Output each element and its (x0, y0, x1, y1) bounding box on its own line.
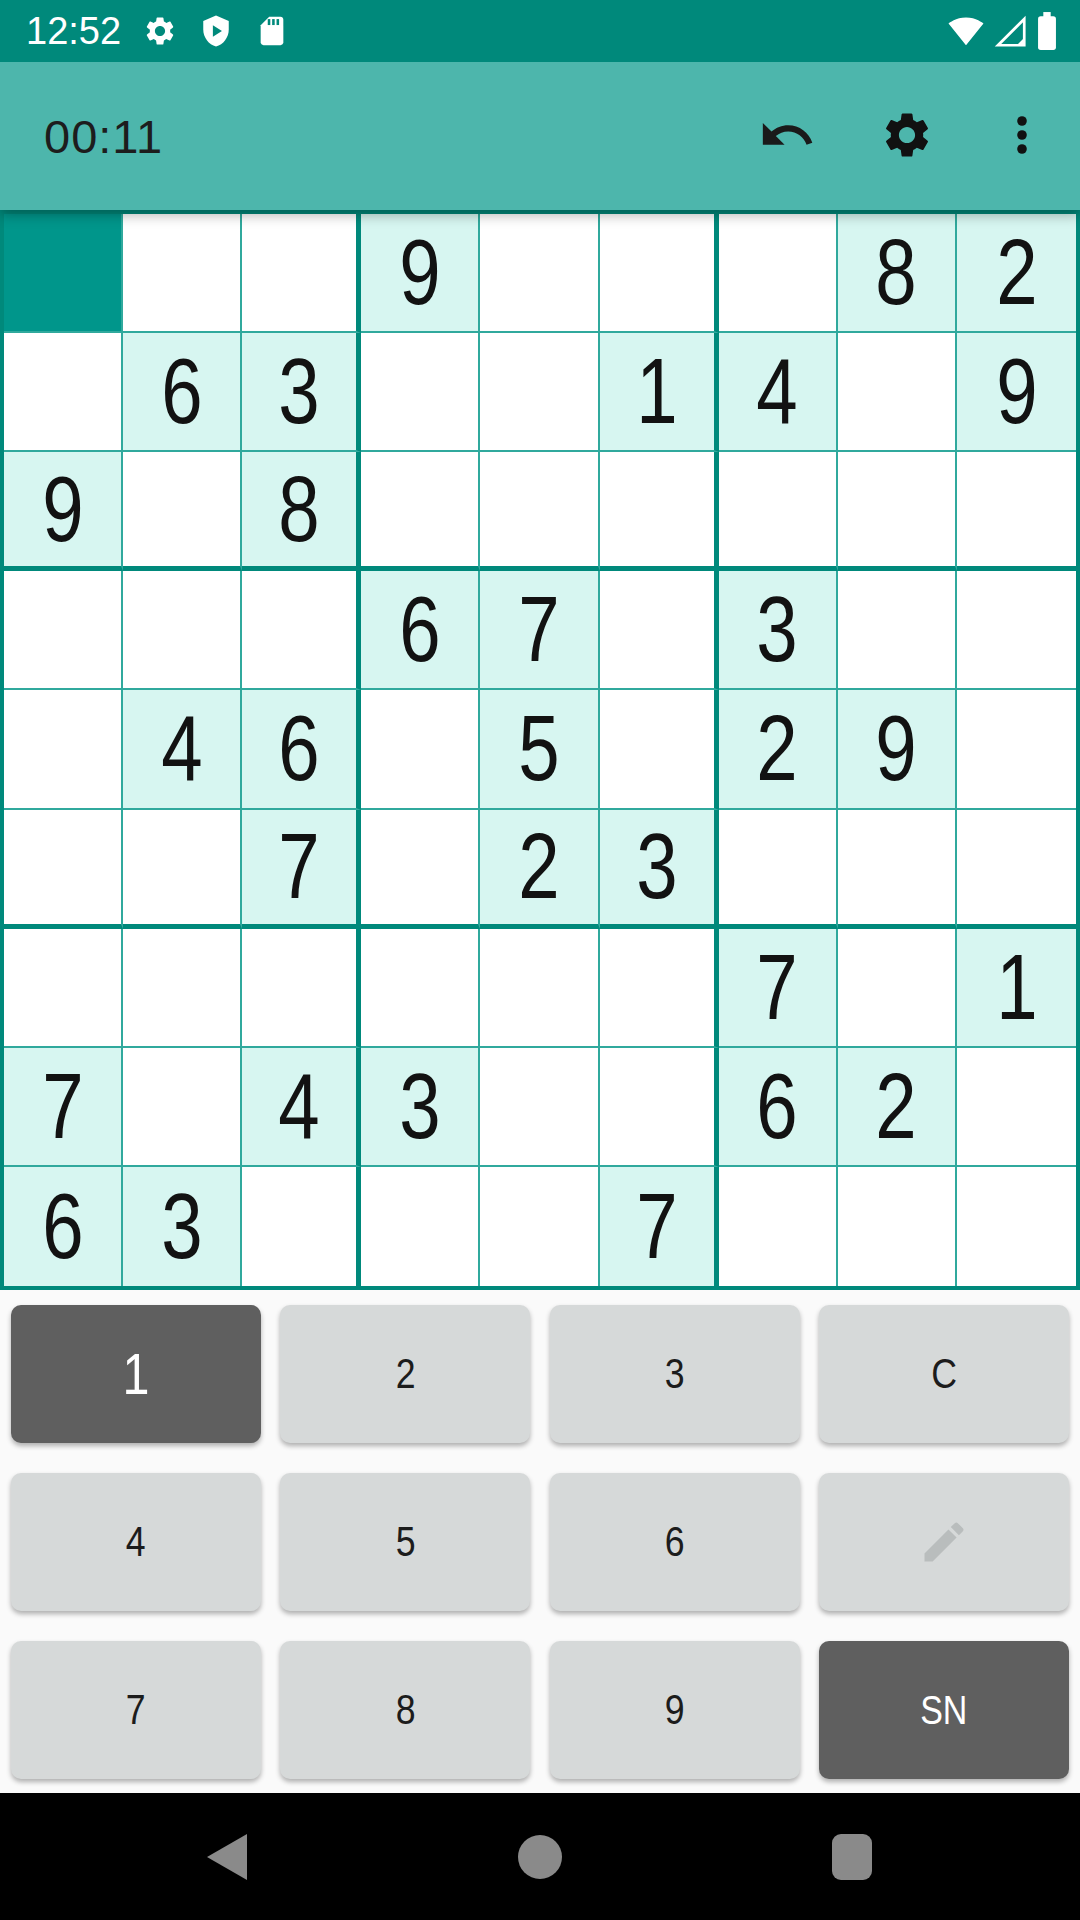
cell-r6c5[interactable]: 2 (480, 810, 599, 929)
cell-r3c9[interactable] (957, 452, 1076, 571)
cell-r4c1[interactable] (4, 571, 123, 690)
play-protect-shield-icon (199, 14, 233, 48)
keypad: 123C456789SN (0, 1290, 1080, 1793)
status-time: 12:52 (26, 0, 121, 62)
cell-r2c9[interactable]: 9 (957, 333, 1076, 452)
cell-r8c1[interactable]: 7 (4, 1048, 123, 1167)
key-label: 1 (123, 1341, 150, 1407)
cell-r8c7[interactable]: 6 (719, 1048, 838, 1167)
key-label: 8 (395, 1686, 415, 1734)
cell-r4c6[interactable] (600, 571, 719, 690)
cell-r3c1[interactable]: 9 (4, 452, 123, 571)
sudoku-grid: 9826314998673465297237174362637 (0, 210, 1080, 1290)
key-sn[interactable]: SN (819, 1641, 1069, 1779)
nav-home-button[interactable] (518, 1835, 562, 1879)
wifi-icon (948, 13, 984, 49)
given-digit: 7 (42, 1060, 83, 1153)
navigation-bar (0, 1793, 1080, 1920)
given-digit: 2 (876, 1060, 917, 1153)
cell-r7c4[interactable] (361, 929, 480, 1048)
cell-r3c4[interactable] (361, 452, 480, 571)
cell-r6c9[interactable] (957, 810, 1076, 929)
cell-r3c3[interactable]: 8 (242, 452, 361, 571)
cell-r2c6[interactable]: 1 (600, 333, 719, 452)
cell-r8c5[interactable] (480, 1048, 599, 1167)
key-8[interactable]: 8 (280, 1641, 530, 1779)
key-6[interactable]: 6 (550, 1473, 800, 1611)
given-digit: 3 (636, 820, 677, 913)
given-digit: 7 (518, 583, 559, 676)
key-label: 3 (665, 1350, 685, 1398)
pencil-icon (918, 1516, 970, 1568)
cell-r2c7[interactable]: 4 (719, 333, 838, 452)
cell-r7c7[interactable]: 7 (719, 929, 838, 1048)
key-label: SN (920, 1688, 967, 1733)
given-digit: 4 (757, 345, 798, 438)
app-bar-actions (758, 106, 1046, 167)
cell-r7c2[interactable] (123, 929, 242, 1048)
gear-icon (880, 108, 934, 165)
cell-r1c6[interactable] (600, 214, 719, 333)
cell-r4c3[interactable] (242, 571, 361, 690)
cell-r9c2[interactable]: 3 (123, 1167, 242, 1286)
given-digit: 7 (757, 941, 798, 1034)
cell-r5c7[interactable]: 2 (719, 690, 838, 809)
given-digit: 1 (636, 345, 677, 438)
key-2[interactable]: 2 (280, 1305, 530, 1443)
key-5[interactable]: 5 (280, 1473, 530, 1611)
cell-r4c9[interactable] (957, 571, 1076, 690)
undo-icon (758, 106, 816, 167)
cell-r9c5[interactable] (480, 1167, 599, 1286)
cell-r3c6[interactable] (600, 452, 719, 571)
cell-r6c8[interactable] (838, 810, 957, 929)
key-9[interactable]: 9 (550, 1641, 800, 1779)
given-digit: 9 (399, 226, 440, 319)
cell-r6c1[interactable] (4, 810, 123, 929)
settings-button[interactable] (880, 108, 934, 165)
cell-r2c5[interactable] (480, 333, 599, 452)
cell-r7c1[interactable] (4, 929, 123, 1048)
cell-r9c1[interactable]: 6 (4, 1167, 123, 1286)
cell-r8c3[interactable]: 4 (242, 1048, 361, 1167)
cell-r9c7[interactable] (719, 1167, 838, 1286)
cell-r7c6[interactable] (600, 929, 719, 1048)
cell-r5c9[interactable] (957, 690, 1076, 809)
cell-r1c3[interactable] (242, 214, 361, 333)
cell-r4c7[interactable]: 3 (719, 571, 838, 690)
cell-signal-icon (992, 13, 1028, 49)
key-label: C (931, 1350, 957, 1398)
given-digit: 6 (161, 345, 202, 438)
cell-r2c4[interactable] (361, 333, 480, 452)
given-digit: 4 (279, 1060, 320, 1153)
key-label: 7 (126, 1686, 146, 1734)
cell-r4c8[interactable] (838, 571, 957, 690)
settings-gear-icon (143, 14, 177, 48)
cell-r8c6[interactable] (600, 1048, 719, 1167)
given-digit: 7 (279, 820, 320, 913)
key-4[interactable]: 4 (11, 1473, 261, 1611)
cell-r9c8[interactable] (838, 1167, 957, 1286)
cell-r3c5[interactable] (480, 452, 599, 571)
given-digit: 3 (161, 1180, 202, 1273)
cell-r5c8[interactable]: 9 (838, 690, 957, 809)
cell-r6c2[interactable] (123, 810, 242, 929)
cell-r4c4[interactable]: 6 (361, 571, 480, 690)
given-digit: 8 (876, 226, 917, 319)
cell-r1c8[interactable]: 8 (838, 214, 957, 333)
given-digit: 1 (996, 941, 1037, 1034)
given-digit: 6 (757, 1060, 798, 1153)
cell-r8c4[interactable]: 3 (361, 1048, 480, 1167)
cell-r2c1[interactable] (4, 333, 123, 452)
given-digit: 6 (42, 1180, 83, 1273)
cell-r5c2[interactable]: 4 (123, 690, 242, 809)
key-label: 2 (395, 1350, 415, 1398)
cell-r5c3[interactable]: 6 (242, 690, 361, 809)
cell-r5c5[interactable]: 5 (480, 690, 599, 809)
cell-r1c9[interactable]: 2 (957, 214, 1076, 333)
cell-r7c3[interactable] (242, 929, 361, 1048)
cell-r3c2[interactable] (123, 452, 242, 571)
cell-r5c1[interactable] (4, 690, 123, 809)
cell-r6c7[interactable] (719, 810, 838, 929)
vertical-dots-icon (998, 111, 1046, 162)
cell-r6c3[interactable]: 7 (242, 810, 361, 929)
cell-r9c6[interactable]: 7 (600, 1167, 719, 1286)
cell-r1c7[interactable] (719, 214, 838, 333)
given-digit: 8 (279, 463, 320, 556)
given-digit: 9 (42, 463, 83, 556)
cell-r6c4[interactable] (361, 810, 480, 929)
given-digit: 6 (399, 583, 440, 676)
given-digit: 6 (279, 702, 320, 795)
key-label: 5 (395, 1518, 415, 1566)
given-digit: 3 (279, 345, 320, 438)
key-label: 4 (126, 1518, 146, 1566)
given-digit: 7 (636, 1180, 677, 1273)
cell-r4c2[interactable] (123, 571, 242, 690)
given-digit: 2 (757, 702, 798, 795)
nav-back-button[interactable] (207, 1834, 247, 1880)
given-digit: 4 (161, 702, 202, 795)
cell-r7c5[interactable] (480, 929, 599, 1048)
given-digit: 9 (996, 345, 1037, 438)
key-label: 6 (665, 1518, 685, 1566)
cell-r2c8[interactable] (838, 333, 957, 452)
cell-r5c6[interactable] (600, 690, 719, 809)
cell-r7c9[interactable]: 1 (957, 929, 1076, 1048)
status-right-icons (948, 11, 1058, 51)
cell-r3c7[interactable] (719, 452, 838, 571)
key-7[interactable]: 7 (11, 1641, 261, 1779)
given-digit: 2 (996, 226, 1037, 319)
undo-button[interactable] (758, 106, 816, 167)
given-digit: 2 (518, 820, 559, 913)
game-timer: 00:11 (44, 109, 163, 164)
cell-r9c4[interactable] (361, 1167, 480, 1286)
key-clear[interactable]: C (819, 1305, 1069, 1443)
key-1[interactable]: 1 (11, 1305, 261, 1443)
cell-r8c9[interactable] (957, 1048, 1076, 1167)
cell-r8c8[interactable]: 2 (838, 1048, 957, 1167)
screen: 12:52 00:11 (0, 0, 1080, 1920)
key-3[interactable]: 3 (550, 1305, 800, 1443)
cell-r6c6[interactable]: 3 (600, 810, 719, 929)
given-digit: 3 (399, 1060, 440, 1153)
nav-recents-button[interactable] (832, 1834, 872, 1880)
cell-r2c2[interactable]: 6 (123, 333, 242, 452)
battery-icon (1036, 11, 1058, 51)
cell-r7c8[interactable] (838, 929, 957, 1048)
cell-r9c9[interactable] (957, 1167, 1076, 1286)
given-digit: 3 (757, 583, 798, 676)
cell-r2c3[interactable]: 3 (242, 333, 361, 452)
key-label: 9 (665, 1686, 685, 1734)
cell-r1c5[interactable] (480, 214, 599, 333)
sd-card-icon (255, 14, 289, 48)
cell-r5c4[interactable] (361, 690, 480, 809)
app-bar: 00:11 (0, 62, 1080, 210)
key-pencil[interactable] (819, 1473, 1069, 1611)
cell-r3c8[interactable] (838, 452, 957, 571)
overflow-menu-button[interactable] (998, 111, 1046, 162)
status-bar: 12:52 (0, 0, 1080, 62)
cell-r1c4[interactable]: 9 (361, 214, 480, 333)
cell-r8c2[interactable] (123, 1048, 242, 1167)
cell-r9c3[interactable] (242, 1167, 361, 1286)
given-digit: 9 (876, 702, 917, 795)
cell-r4c5[interactable]: 7 (480, 571, 599, 690)
given-digit: 5 (518, 702, 559, 795)
cell-r1c2[interactable] (123, 214, 242, 333)
cell-r1c1[interactable] (4, 214, 123, 333)
